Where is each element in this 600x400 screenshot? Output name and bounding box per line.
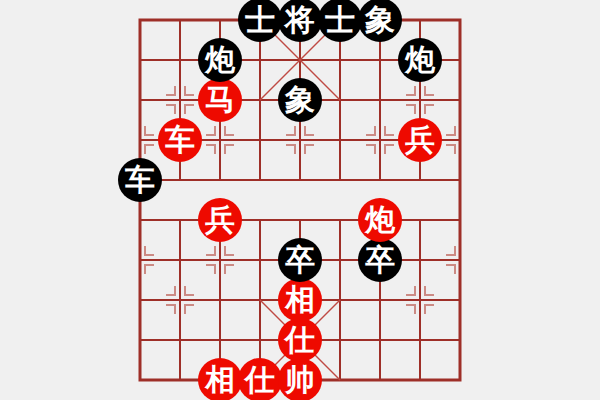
black-soldier-glyph: 卒 [358, 238, 402, 282]
black-elephant-glyph: 象 [278, 78, 322, 122]
red-soldier-glyph: 兵 [198, 198, 242, 242]
piece-black-soldier[interactable]: 卒 [360, 240, 400, 280]
piece-black-elephant[interactable]: 象 [280, 80, 320, 120]
piece-red-elephant[interactable]: 相 [200, 360, 240, 400]
board-intersections: 士将士象炮炮马象车兵车兵炮卒卒相仕相仕帅 [120, 0, 480, 400]
black-general-glyph: 将 [278, 0, 322, 42]
red-soldier-glyph: 兵 [398, 118, 442, 162]
piece-red-cannon[interactable]: 炮 [360, 200, 400, 240]
piece-black-general[interactable]: 将 [280, 0, 320, 40]
red-chariot-glyph: 车 [158, 118, 202, 162]
black-soldier-glyph: 卒 [278, 238, 322, 282]
piece-black-soldier[interactable]: 卒 [280, 240, 320, 280]
red-advisor-glyph: 仕 [238, 358, 282, 400]
piece-red-horse[interactable]: 马 [200, 80, 240, 120]
piece-red-advisor[interactable]: 仕 [240, 360, 280, 400]
piece-red-soldier[interactable]: 兵 [200, 200, 240, 240]
piece-red-soldier[interactable]: 兵 [400, 120, 440, 160]
piece-black-advisor[interactable]: 士 [240, 0, 280, 40]
piece-red-advisor[interactable]: 仕 [280, 320, 320, 360]
red-general-glyph: 帅 [278, 358, 322, 400]
red-advisor-glyph: 仕 [278, 318, 322, 362]
red-horse-glyph: 马 [198, 78, 242, 122]
red-elephant-glyph: 相 [198, 358, 242, 400]
black-chariot-glyph: 车 [118, 158, 162, 202]
piece-black-chariot[interactable]: 车 [120, 160, 160, 200]
piece-red-general[interactable]: 帅 [280, 360, 320, 400]
piece-black-cannon[interactable]: 炮 [200, 40, 240, 80]
piece-red-chariot[interactable]: 车 [160, 120, 200, 160]
black-cannon-glyph: 炮 [198, 38, 242, 82]
black-advisor-glyph: 士 [318, 0, 362, 42]
black-elephant-glyph: 象 [358, 0, 402, 42]
xiangqi-board: 士将士象炮炮马象车兵车兵炮卒卒相仕相仕帅 [0, 0, 600, 400]
red-elephant-glyph: 相 [278, 278, 322, 322]
black-cannon-glyph: 炮 [398, 38, 442, 82]
red-cannon-glyph: 炮 [358, 198, 402, 242]
black-advisor-glyph: 士 [238, 0, 282, 42]
piece-black-elephant[interactable]: 象 [360, 0, 400, 40]
piece-red-elephant[interactable]: 相 [280, 280, 320, 320]
piece-black-advisor[interactable]: 士 [320, 0, 360, 40]
piece-black-cannon[interactable]: 炮 [400, 40, 440, 80]
